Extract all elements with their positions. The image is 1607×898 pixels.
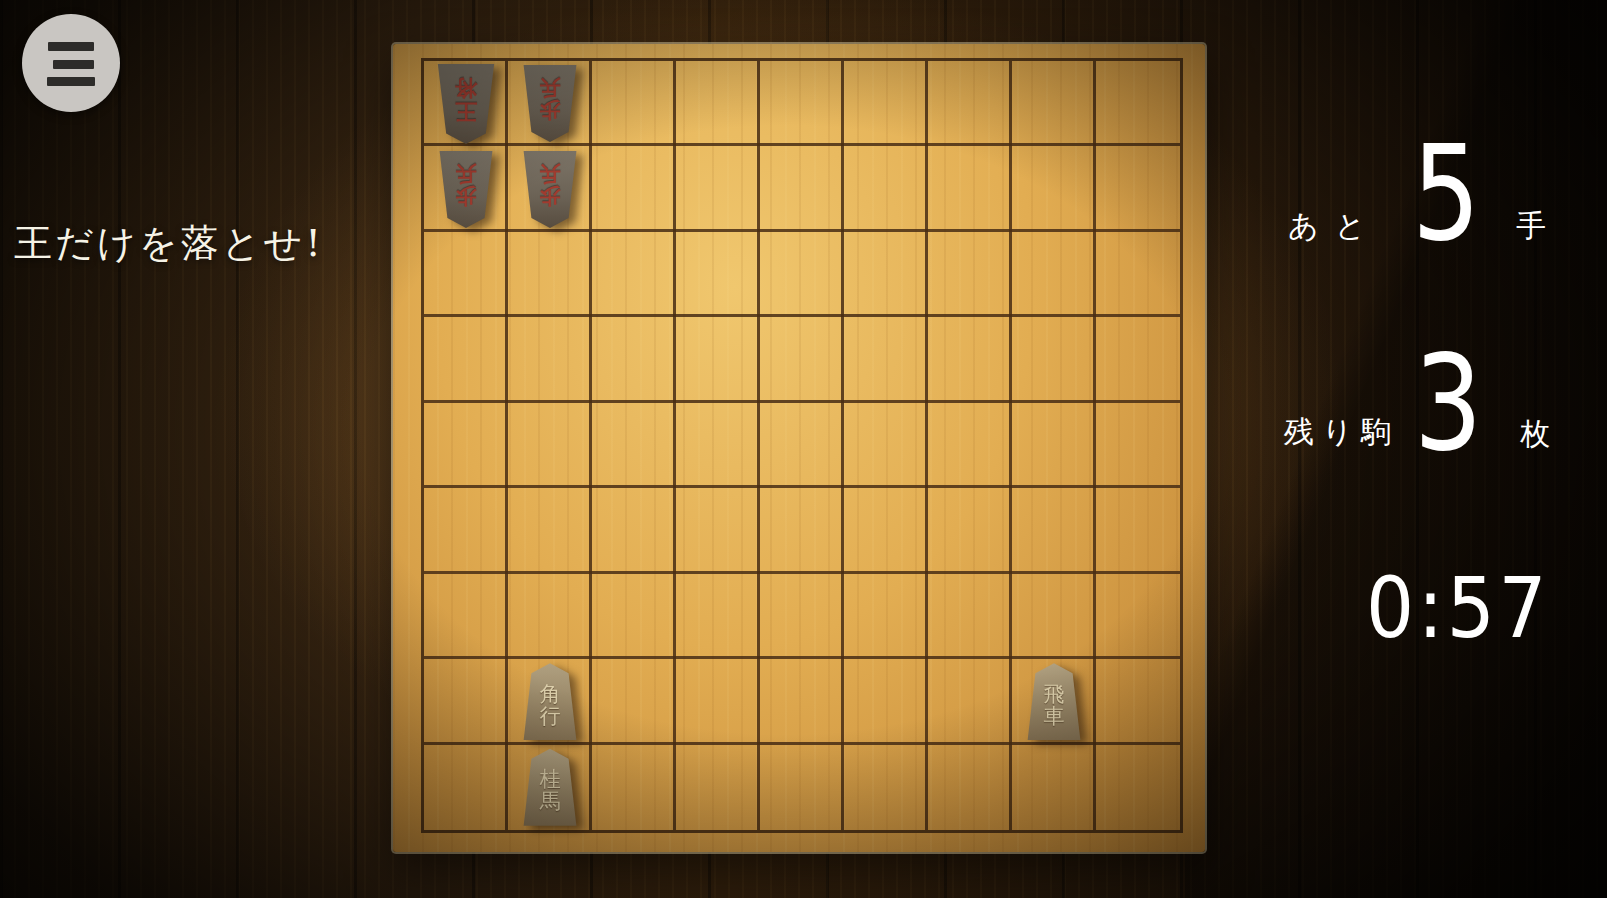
board-cell: [424, 232, 508, 317]
shogi-piece-bishop[interactable]: 角行: [520, 663, 580, 740]
pieces-left-value: 3: [1414, 338, 1482, 469]
piece-kanji: 歩: [456, 185, 477, 207]
board-cell: [592, 146, 676, 231]
board-cell: [592, 659, 676, 744]
board-cell: [844, 232, 928, 317]
board-cell: [676, 659, 760, 744]
board-cell: [844, 403, 928, 488]
board-cell: [676, 488, 760, 573]
piece-body: 歩兵: [520, 65, 580, 142]
board-cell: 王将: [424, 61, 508, 146]
board-cell: [1012, 403, 1096, 488]
piece-kanji: 王: [455, 100, 477, 123]
piece-kanji: 歩: [540, 185, 561, 207]
piece-body: 王将: [434, 64, 498, 144]
board-cell: [844, 488, 928, 573]
board-cell: [1012, 146, 1096, 231]
board-cell: [928, 488, 1012, 573]
pieces-left-label: 残り駒: [1284, 412, 1399, 453]
board-cell: [424, 403, 508, 488]
board-cell: [844, 61, 928, 146]
moves-left-unit: 手: [1516, 206, 1546, 247]
board-cell: [760, 745, 844, 830]
board-cell: [424, 659, 508, 744]
board-cell: 歩兵: [424, 146, 508, 231]
board-cell: [1012, 745, 1096, 830]
board-cell: [592, 61, 676, 146]
board-cell: [1096, 488, 1180, 573]
piece-kanji: 将: [455, 77, 477, 100]
board-cell: [928, 745, 1012, 830]
board-cell: [424, 317, 508, 402]
board-cell: [508, 317, 592, 402]
board-cell: [508, 488, 592, 573]
piece-kanji: 兵: [456, 163, 477, 185]
board-cell: [1012, 488, 1096, 573]
board-cell: [508, 232, 592, 317]
shogi-board-grid: 王将歩兵歩兵歩兵角行飛車桂馬: [421, 58, 1183, 833]
piece-kanji: 歩: [540, 100, 561, 122]
board-cell: [592, 488, 676, 573]
board-cell: [844, 574, 928, 659]
board-cell: [844, 659, 928, 744]
board-cell: [424, 574, 508, 659]
piece-body: 歩兵: [520, 151, 580, 228]
board-cell: [760, 317, 844, 402]
piece-kanji: 兵: [540, 78, 561, 100]
timer: 0:57: [1366, 566, 1550, 650]
shogi-piece-pawn[interactable]: 歩兵: [520, 151, 580, 228]
board-cell: 飛車: [1012, 659, 1096, 744]
board-cell: 歩兵: [508, 146, 592, 231]
board-cell: [676, 61, 760, 146]
piece-kanji: 兵: [540, 163, 561, 185]
piece-kanji: 角: [540, 684, 561, 706]
piece-kanji: 馬: [540, 791, 561, 813]
board-cell: [1096, 574, 1180, 659]
board-cell: [928, 317, 1012, 402]
shogi-board: 王将歩兵歩兵歩兵角行飛車桂馬: [393, 44, 1205, 852]
game-screen: 王将歩兵歩兵歩兵角行飛車桂馬 王だけを落とせ! あと 5 手 残り駒 3 枚 0…: [0, 0, 1607, 898]
board-cell: [592, 403, 676, 488]
board-cell: [676, 574, 760, 659]
pieces-left-unit: 枚: [1520, 414, 1550, 455]
board-cell: [928, 146, 1012, 231]
board-cell: [1012, 317, 1096, 402]
board-cell: [592, 574, 676, 659]
board-cell: [1096, 61, 1180, 146]
board-cell: [676, 317, 760, 402]
board-cell: [928, 659, 1012, 744]
board-cell: [928, 232, 1012, 317]
board-cell: [592, 232, 676, 317]
board-cell: [760, 574, 844, 659]
board-cell: [1096, 232, 1180, 317]
board-cell: [592, 317, 676, 402]
menu-button[interactable]: [22, 14, 120, 112]
board-cell: [1012, 232, 1096, 317]
piece-kanji: 車: [1044, 706, 1065, 728]
board-cell: [508, 403, 592, 488]
piece-body: 歩兵: [436, 151, 496, 228]
board-cell: [676, 146, 760, 231]
board-cell: [1096, 146, 1180, 231]
board-cell: [844, 745, 928, 830]
board-cell: [760, 659, 844, 744]
piece-body: 桂馬: [520, 749, 580, 826]
shogi-piece-rook[interactable]: 飛車: [1024, 663, 1084, 740]
board-cell: [760, 403, 844, 488]
board-cell: [760, 232, 844, 317]
piece-body: 飛車: [1024, 663, 1084, 740]
board-cell: [760, 146, 844, 231]
board-cell: [928, 61, 1012, 146]
puzzle-instruction: 王だけを落とせ!: [14, 218, 324, 269]
shogi-piece-knight[interactable]: 桂馬: [520, 749, 580, 826]
board-cell: [676, 232, 760, 317]
board-cell: [928, 574, 1012, 659]
board-cell: [676, 745, 760, 830]
piece-kanji: 飛: [1044, 684, 1065, 706]
board-cell: [844, 317, 928, 402]
board-cell: [760, 61, 844, 146]
piece-kanji: 桂: [540, 769, 561, 791]
board-cell: [424, 488, 508, 573]
piece-kanji: 行: [540, 706, 561, 728]
shogi-piece-king[interactable]: 王将: [434, 64, 498, 144]
board-cell: [1096, 317, 1180, 402]
board-cell: [1096, 745, 1180, 830]
board-cell: [760, 488, 844, 573]
moves-left-label: あと: [1288, 206, 1381, 247]
shogi-piece-pawn[interactable]: 歩兵: [520, 65, 580, 142]
piece-body: 角行: [520, 663, 580, 740]
board-cell: 角行: [508, 659, 592, 744]
board-cell: 桂馬: [508, 745, 592, 830]
board-cell: [1096, 659, 1180, 744]
board-cell: [676, 403, 760, 488]
board-cell: [928, 403, 1012, 488]
board-cell: [424, 745, 508, 830]
board-cell: [508, 574, 592, 659]
board-cell: [1012, 61, 1096, 146]
board-cell: [1012, 574, 1096, 659]
board-cell: [1096, 403, 1180, 488]
board-cell: [844, 146, 928, 231]
board-cell: [592, 745, 676, 830]
board-cell: 歩兵: [508, 61, 592, 146]
shogi-piece-pawn[interactable]: 歩兵: [436, 151, 496, 228]
moves-left-value: 5: [1412, 128, 1480, 259]
